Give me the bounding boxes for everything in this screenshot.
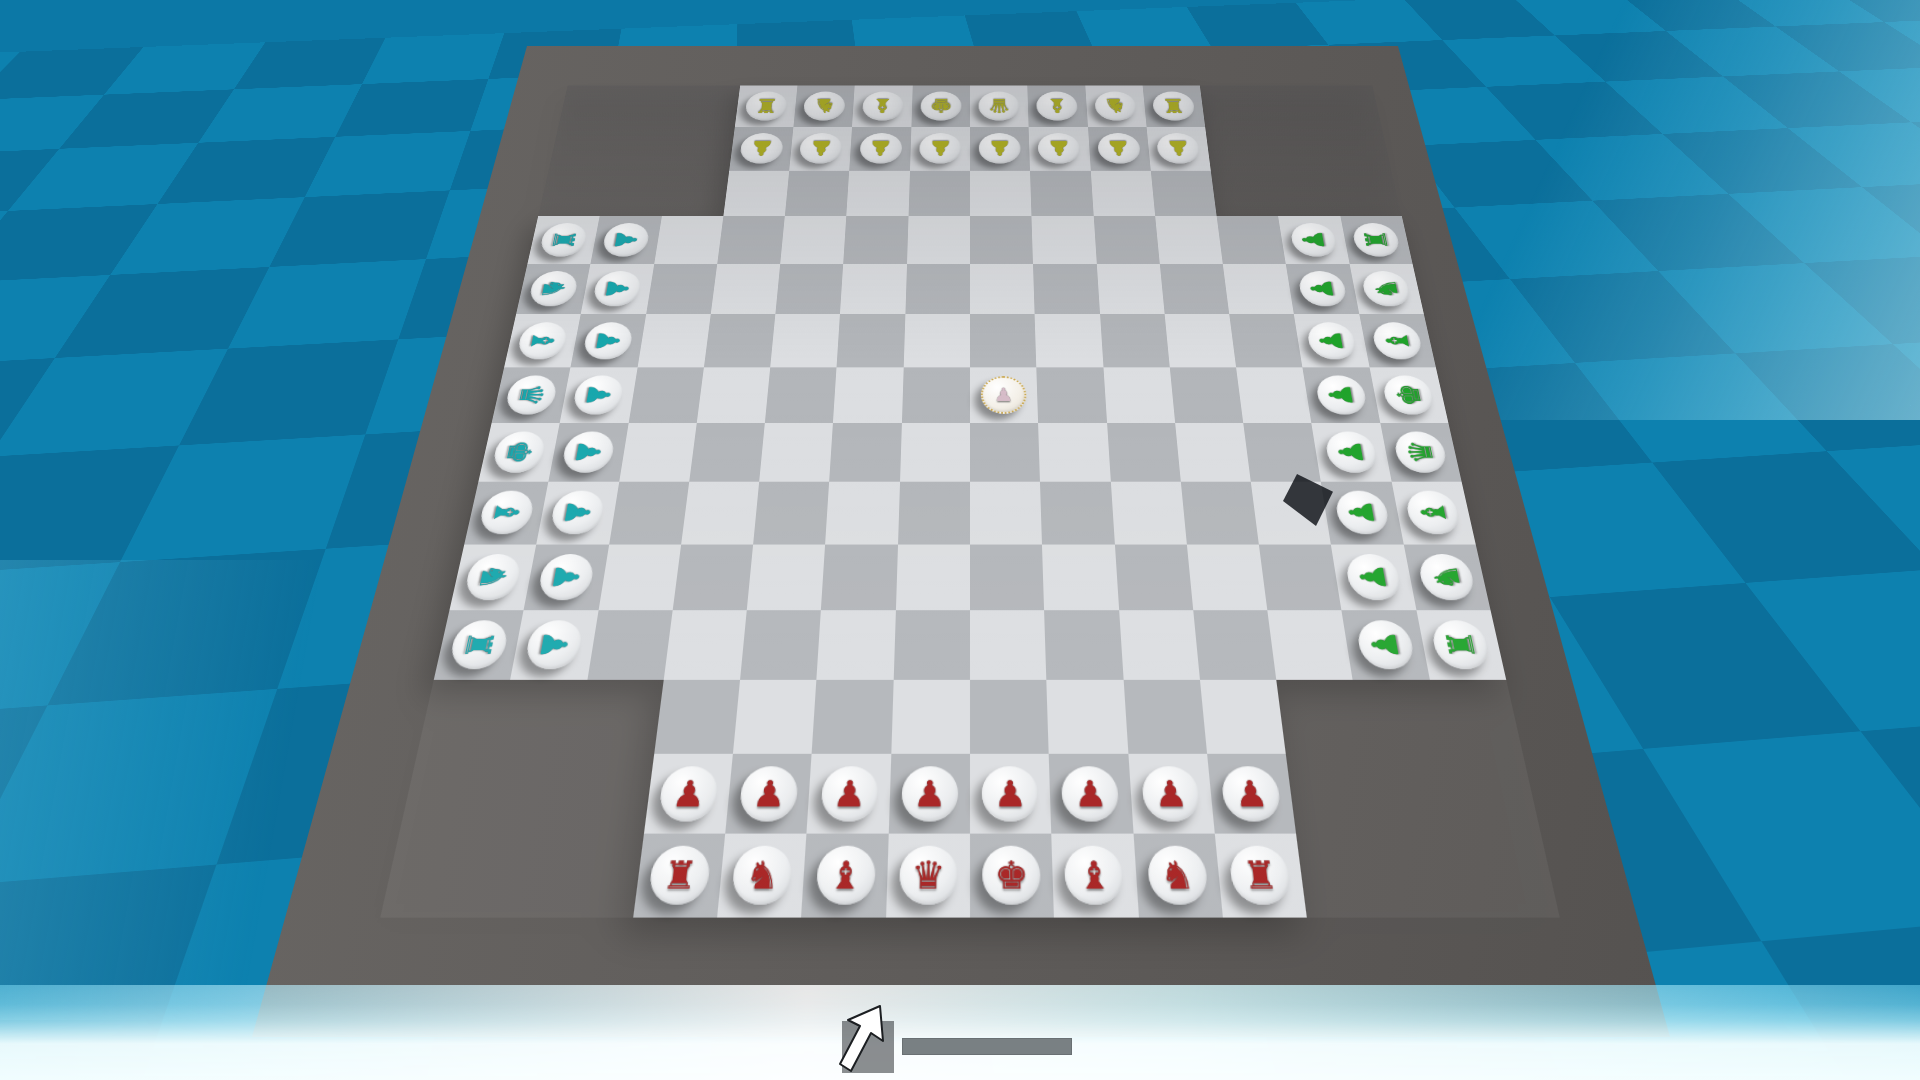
green-rook[interactable]: ♜	[1429, 620, 1492, 669]
pawn-glyph: ♟	[1324, 383, 1359, 406]
board-square[interactable]	[587, 610, 673, 680]
teal-knight[interactable]: ♞	[528, 271, 580, 306]
board-square[interactable]	[1044, 610, 1123, 680]
red-pawn[interactable]: ♟	[658, 766, 720, 821]
yellow-bishop[interactable]: ♝	[1036, 92, 1078, 121]
board-square[interactable]	[747, 544, 826, 610]
teal-pawn[interactable]: ♟	[537, 554, 596, 600]
knight-glyph: ♞	[1427, 563, 1466, 590]
bottom-glow	[0, 985, 1920, 1080]
board-square[interactable]: ♟	[1088, 127, 1151, 170]
board-square[interactable]	[970, 314, 1037, 367]
yellow-pawn[interactable]: ♟	[1038, 133, 1081, 163]
rook-glyph: ♜	[459, 630, 500, 659]
board-square[interactable]: ♟	[1286, 264, 1359, 314]
board-square[interactable]	[689, 423, 765, 482]
void-corner	[558, 86, 625, 127]
board-square[interactable]: ♟	[1321, 482, 1403, 544]
green-pawn[interactable]: ♟	[1289, 223, 1339, 257]
board-square[interactable]	[1123, 680, 1207, 754]
board-square[interactable]	[1042, 544, 1118, 610]
white-pawn[interactable]: ♟	[981, 376, 1027, 414]
pawn-glyph: ♟	[1343, 500, 1380, 526]
board-square[interactable]: ♟	[571, 314, 646, 367]
pawn-glyph: ♟	[928, 139, 953, 159]
board-square[interactable]	[970, 264, 1035, 314]
yellow-bishop[interactable]: ♝	[862, 92, 904, 121]
board-square[interactable]	[1267, 610, 1353, 680]
board-square[interactable]	[775, 264, 843, 314]
void-corner	[1271, 170, 1340, 216]
rook-glyph: ♜	[548, 230, 581, 250]
green-pawn[interactable]: ♟	[1333, 491, 1391, 535]
void-corner	[575, 680, 664, 754]
board-square[interactable]	[902, 367, 970, 423]
board-square[interactable]	[1229, 314, 1302, 367]
board-square[interactable]: ♜	[1142, 86, 1205, 127]
teal-knight[interactable]: ♞	[463, 554, 524, 600]
board-square[interactable]	[619, 423, 697, 482]
pawn-glyph: ♟	[535, 630, 575, 659]
board-square[interactable]: ♟	[1331, 544, 1416, 610]
board-square[interactable]: ♟	[789, 127, 852, 170]
board-square[interactable]: ♟	[1049, 754, 1133, 833]
board-square[interactable]	[844, 216, 909, 264]
board-square[interactable]	[896, 544, 970, 610]
teal-rook[interactable]: ♜	[448, 620, 511, 669]
board-square[interactable]	[646, 264, 717, 314]
board-square[interactable]: ♟	[644, 754, 733, 833]
yellow-pawn[interactable]: ♟	[1156, 133, 1201, 163]
board-square[interactable]: ♚	[970, 833, 1054, 917]
red-knight[interactable]: ♞	[731, 846, 794, 905]
board-square[interactable]	[1096, 264, 1164, 314]
green-queen[interactable]: ♛	[1392, 432, 1449, 473]
board-square[interactable]: ♝	[1359, 314, 1436, 367]
board-square[interactable]	[1047, 680, 1128, 754]
board-square[interactable]	[907, 216, 970, 264]
board-square[interactable]: ♟	[549, 423, 629, 482]
void-corner	[496, 680, 587, 754]
red-bishop[interactable]: ♝	[1064, 846, 1125, 905]
pawn-glyph: ♟	[1306, 278, 1339, 299]
board-square[interactable]: ♛	[970, 86, 1029, 127]
board-square[interactable]	[1223, 264, 1294, 314]
board-square[interactable]	[609, 482, 689, 544]
king-glyph: ♚	[501, 440, 538, 464]
green-pawn[interactable]: ♟	[1344, 554, 1403, 600]
void-corner	[549, 833, 644, 917]
pawn-glyph: ♟	[993, 775, 1027, 811]
rook-glyph: ♜	[1241, 856, 1279, 895]
board-square[interactable]	[785, 170, 850, 216]
queen-glyph: ♛	[911, 856, 946, 895]
pawn-glyph: ♟	[1047, 139, 1072, 159]
void-corner	[1264, 127, 1331, 170]
red-knight[interactable]: ♞	[1146, 846, 1209, 905]
teal-pawn[interactable]: ♟	[524, 620, 585, 669]
board-square[interactable]: ♛	[1380, 423, 1462, 482]
pawn-glyph: ♟	[751, 775, 787, 811]
board-square[interactable]	[891, 680, 970, 754]
void-corner	[1331, 170, 1401, 216]
green-bishop[interactable]: ♝	[1404, 491, 1463, 535]
red-king[interactable]: ♚	[982, 846, 1041, 905]
board-square[interactable]	[1103, 367, 1175, 423]
bishop-glyph: ♝	[828, 856, 864, 895]
board-square[interactable]	[817, 610, 896, 680]
board-square[interactable]: ♞	[1349, 264, 1424, 314]
board-square[interactable]	[1035, 314, 1103, 367]
board-square[interactable]	[1155, 216, 1223, 264]
board-square[interactable]	[1100, 314, 1170, 367]
board-square[interactable]	[900, 423, 970, 482]
pawn-glyph: ♟	[1165, 139, 1192, 159]
board-square[interactable]: ♟	[1278, 216, 1349, 264]
board-square[interactable]: ♟	[1029, 127, 1091, 170]
knight-glyph: ♞	[744, 856, 781, 895]
green-pawn[interactable]: ♟	[1297, 271, 1348, 306]
board-square[interactable]: ♟	[1128, 754, 1215, 833]
yellow-pawn[interactable]: ♟	[1097, 133, 1141, 163]
teal-pawn[interactable]: ♟	[561, 432, 617, 473]
rook-glyph: ♜	[753, 97, 779, 116]
yellow-king[interactable]: ♚	[920, 92, 961, 121]
pawn-glyph: ♟	[913, 775, 947, 811]
green-pawn[interactable]: ♟	[1355, 620, 1416, 669]
board-square[interactable]: ♞	[794, 86, 855, 127]
board-square[interactable]	[664, 610, 747, 680]
board-square[interactable]: ♚	[478, 423, 560, 482]
board-square[interactable]: ♞	[717, 833, 807, 917]
red-rook[interactable]: ♜	[1228, 846, 1293, 905]
red-pawn[interactable]: ♟	[739, 766, 800, 821]
cursor-arrow-icon	[834, 1000, 900, 1080]
board-square[interactable]: ♜	[527, 216, 599, 264]
board-square[interactable]	[628, 367, 704, 423]
board-square[interactable]	[1090, 170, 1155, 216]
board-square[interactable]: ♜	[1340, 216, 1412, 264]
pawn-glyph: ♟	[1333, 440, 1369, 464]
board-square[interactable]: ♝	[1391, 482, 1475, 544]
board-square[interactable]	[970, 170, 1032, 216]
board-square[interactable]	[697, 367, 771, 423]
board-square[interactable]	[717, 216, 785, 264]
red-queen[interactable]: ♛	[899, 846, 958, 905]
board-square[interactable]: ♝	[852, 86, 912, 127]
board-square[interactable]	[1160, 264, 1230, 314]
board-square[interactable]: ♚	[1369, 367, 1448, 423]
board-square[interactable]	[1093, 216, 1159, 264]
board-square[interactable]: ♝	[504, 314, 581, 367]
board-square[interactable]: ♟	[1294, 314, 1369, 367]
teal-rook[interactable]: ♜	[539, 223, 590, 257]
board-square[interactable]	[1040, 482, 1114, 544]
yellow-knight[interactable]: ♞	[803, 92, 846, 121]
pawn-glyph: ♟	[1297, 230, 1329, 250]
void-corner	[1276, 680, 1365, 754]
void-corner	[1323, 127, 1392, 170]
board-square[interactable]	[673, 544, 754, 610]
rook-glyph: ♜	[1440, 630, 1481, 659]
green-pawn[interactable]: ♟	[1305, 322, 1358, 359]
board-square[interactable]	[753, 482, 829, 544]
knight-glyph: ♞	[537, 278, 571, 299]
board-square[interactable]	[723, 170, 789, 216]
board-square[interactable]	[1038, 423, 1110, 482]
board-square[interactable]	[704, 314, 776, 367]
board-square[interactable]	[1175, 423, 1251, 482]
king-glyph: ♚	[994, 856, 1029, 895]
board-square[interactable]: ♟	[888, 754, 970, 833]
green-knight[interactable]: ♞	[1360, 271, 1412, 306]
board-square[interactable]: ♞	[449, 544, 536, 610]
board-square[interactable]: ♛	[886, 833, 970, 917]
void-corner	[617, 86, 682, 127]
board-square[interactable]: ♞	[516, 264, 591, 314]
board-square[interactable]	[970, 680, 1049, 754]
board-square[interactable]	[1193, 610, 1276, 680]
board-square[interactable]	[780, 216, 846, 264]
board-square[interactable]: ♞	[1403, 544, 1490, 610]
teal-bishop[interactable]: ♝	[516, 322, 570, 359]
rook-glyph: ♜	[1161, 97, 1187, 116]
board-square[interactable]: ♜	[1215, 833, 1307, 917]
board-square[interactable]	[654, 680, 740, 754]
pawn-glyph: ♟	[592, 330, 626, 352]
board-square[interactable]: ♝	[464, 482, 548, 544]
board-square[interactable]	[812, 680, 893, 754]
board-square[interactable]: ♟	[970, 754, 1052, 833]
knight-glyph: ♞	[1159, 856, 1196, 895]
pawn-glyph: ♟	[868, 139, 893, 159]
pawn-glyph: ♟	[808, 139, 834, 159]
king-glyph: ♚	[929, 97, 953, 116]
board-square[interactable]: ♟	[560, 367, 637, 423]
yellow-rook[interactable]: ♜	[744, 92, 788, 121]
board-square[interactable]	[837, 314, 905, 367]
board-square[interactable]	[711, 264, 781, 314]
pawn-glyph: ♟	[832, 775, 867, 811]
board-square[interactable]	[765, 367, 837, 423]
void-corner	[662, 170, 730, 216]
void-corner	[538, 170, 608, 216]
board-square[interactable]: ♞	[1085, 86, 1146, 127]
board-square[interactable]	[654, 216, 723, 264]
void-corner	[609, 127, 676, 170]
board-square[interactable]: ♟	[970, 127, 1030, 170]
knight-glyph: ♞	[812, 97, 837, 116]
board-square[interactable]: ♟	[1342, 610, 1430, 680]
red-pawn[interactable]: ♟	[901, 766, 958, 821]
board-square[interactable]: ♟	[725, 754, 812, 833]
board-square[interactable]: ♜	[434, 610, 524, 680]
board-square[interactable]	[1032, 216, 1097, 264]
yellow-pawn[interactable]: ♟	[859, 133, 902, 163]
board-square[interactable]	[598, 544, 681, 610]
pawn-glyph: ♟	[571, 440, 607, 464]
board-square[interactable]: ♟	[910, 127, 970, 170]
red-pawn[interactable]: ♟	[1141, 766, 1202, 821]
board-square[interactable]	[759, 423, 833, 482]
board-square[interactable]	[908, 170, 970, 216]
void-corner	[669, 127, 735, 170]
board-square[interactable]	[1165, 314, 1237, 367]
red-pawn[interactable]: ♟	[1061, 766, 1120, 821]
void-corner	[1211, 170, 1279, 216]
void-corner	[600, 170, 669, 216]
board-square[interactable]	[898, 482, 970, 544]
red-rook[interactable]: ♜	[647, 846, 712, 905]
board-square[interactable]	[1170, 367, 1244, 423]
green-bishop[interactable]: ♝	[1370, 322, 1424, 359]
green-knight[interactable]: ♞	[1416, 554, 1477, 600]
board-square[interactable]	[1037, 367, 1107, 423]
board-square[interactable]	[970, 610, 1047, 680]
board-square[interactable]	[847, 170, 910, 216]
board-square[interactable]	[1030, 170, 1093, 216]
green-rook[interactable]: ♜	[1351, 223, 1402, 257]
void-corner	[1286, 754, 1378, 833]
yellow-rook[interactable]: ♜	[1152, 92, 1196, 121]
board-square[interactable]: ♟	[591, 216, 662, 264]
knight-glyph: ♞	[1369, 278, 1403, 299]
pawn-glyph: ♟	[748, 139, 775, 159]
red-pawn[interactable]: ♟	[1220, 766, 1282, 821]
board-square[interactable]: ♟	[537, 482, 619, 544]
board-square[interactable]: ♜	[633, 833, 725, 917]
board-square[interactable]: ♟	[807, 754, 891, 833]
pawn-glyph: ♟	[601, 278, 634, 299]
board-square[interactable]: ♟	[970, 367, 1038, 423]
board-square[interactable]	[840, 264, 906, 314]
bishop-glyph: ♝	[1045, 97, 1070, 116]
teal-pawn[interactable]: ♟	[572, 375, 626, 414]
red-bishop[interactable]: ♝	[815, 846, 876, 905]
board-square[interactable]	[770, 314, 840, 367]
void-corner	[1257, 86, 1322, 127]
board-square[interactable]: ♟	[1146, 127, 1210, 170]
board-square[interactable]	[1114, 544, 1193, 610]
void-corner	[1205, 127, 1271, 170]
red-pawn[interactable]: ♟	[820, 766, 879, 821]
red-pawn[interactable]: ♟	[982, 766, 1039, 821]
green-king[interactable]: ♚	[1381, 375, 1436, 414]
board-square[interactable]	[1243, 423, 1321, 482]
board-square[interactable]	[970, 216, 1033, 264]
yellow-pawn[interactable]: ♟	[919, 133, 961, 163]
void-corner	[1365, 754, 1459, 833]
green-pawn[interactable]: ♟	[1314, 375, 1368, 414]
board-square[interactable]	[830, 423, 902, 482]
teal-pawn[interactable]: ♟	[592, 271, 643, 306]
void-corner	[676, 86, 740, 127]
pawn-glyph: ♟	[994, 386, 1014, 404]
board-square[interactable]: ♟	[850, 127, 912, 170]
board-square[interactable]	[1187, 544, 1268, 610]
board-square[interactable]	[970, 423, 1040, 482]
board-square[interactable]: ♟	[1303, 367, 1380, 423]
pawn-glyph: ♟	[1232, 775, 1269, 811]
board-square[interactable]: ♛	[492, 367, 571, 423]
board-square[interactable]	[1110, 482, 1186, 544]
board-square[interactable]	[1217, 216, 1286, 264]
pawn-glyph: ♟	[560, 500, 597, 526]
board-square[interactable]	[903, 314, 970, 367]
yellow-pawn[interactable]: ♟	[979, 133, 1021, 163]
teal-pawn[interactable]: ♟	[582, 322, 635, 359]
queen-glyph: ♛	[987, 97, 1011, 116]
teal-king[interactable]: ♚	[491, 432, 548, 473]
bishop-glyph: ♝	[870, 97, 895, 116]
void-corner	[399, 754, 496, 833]
green-pawn[interactable]: ♟	[1323, 432, 1379, 473]
rook-glyph: ♜	[1360, 230, 1393, 250]
board-square[interactable]: ♟	[524, 544, 609, 610]
board-square[interactable]	[1107, 423, 1181, 482]
board-square[interactable]: ♟	[1207, 754, 1296, 833]
teal-pawn[interactable]: ♟	[549, 491, 607, 535]
board-square[interactable]	[970, 482, 1042, 544]
yellow-pawn[interactable]: ♟	[799, 133, 843, 163]
board-square[interactable]: ♟	[1312, 423, 1392, 482]
board-square[interactable]	[1259, 544, 1342, 610]
pawn-glyph: ♟	[1073, 775, 1108, 811]
board-square[interactable]	[637, 314, 710, 367]
hud-progress-bar[interactable]	[902, 1038, 1072, 1055]
rook-glyph: ♜	[661, 856, 699, 895]
board-square[interactable]: ♟	[510, 610, 598, 680]
yellow-knight[interactable]: ♞	[1094, 92, 1137, 121]
board-square[interactable]	[893, 610, 970, 680]
board-square[interactable]: ♜	[735, 86, 798, 127]
void-corner	[1315, 86, 1382, 127]
board-square[interactable]: ♝	[1027, 86, 1087, 127]
teal-pawn[interactable]: ♟	[601, 223, 651, 257]
board-square[interactable]	[740, 610, 821, 680]
board-square[interactable]	[905, 264, 970, 314]
board-square[interactable]: ♟	[729, 127, 793, 170]
board-square[interactable]	[1181, 482, 1259, 544]
board-square[interactable]	[826, 482, 900, 544]
board-square[interactable]: ♞	[1133, 833, 1223, 917]
teal-bishop[interactable]: ♝	[477, 491, 536, 535]
board-square[interactable]	[1119, 610, 1200, 680]
void-corner	[380, 833, 481, 917]
board-square[interactable]: ♝	[1052, 833, 1139, 917]
board-square[interactable]	[1151, 170, 1217, 216]
board-square[interactable]: ♚	[911, 86, 970, 127]
pawn-glyph: ♟	[1365, 630, 1405, 659]
board-square[interactable]: ♟	[581, 264, 654, 314]
board-square[interactable]	[1033, 264, 1099, 314]
bishop-glyph: ♝	[488, 500, 526, 526]
board-square[interactable]: ♜	[1416, 610, 1506, 680]
board-square[interactable]	[821, 544, 897, 610]
void-corner	[481, 754, 575, 833]
yellow-pawn[interactable]: ♟	[739, 133, 784, 163]
board-square[interactable]	[1200, 680, 1286, 754]
board-square[interactable]	[970, 544, 1044, 610]
game-board: ♜♞♝♚♛♝♞♜♟♟♟♟♟♟♟♟♜♟♟♜♞♟♟♞♝♟♟♝♛♟♟♟♚♚♟♟♛♝♟♟…	[380, 86, 1559, 918]
board-square[interactable]	[733, 680, 817, 754]
board-square[interactable]	[1236, 367, 1312, 423]
board-square[interactable]	[681, 482, 759, 544]
board-square[interactable]	[833, 367, 903, 423]
teal-queen[interactable]: ♛	[504, 375, 559, 414]
yellow-queen[interactable]: ♛	[979, 92, 1020, 121]
board-square[interactable]: ♝	[801, 833, 888, 917]
